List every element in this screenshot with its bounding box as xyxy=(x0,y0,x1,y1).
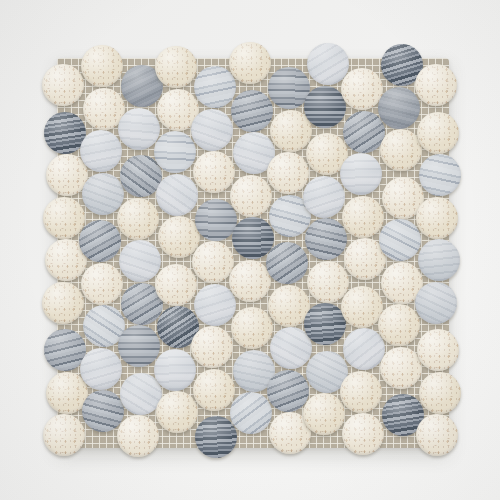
tile-c2-r8 xyxy=(117,415,159,457)
tile-c8-r8 xyxy=(342,413,384,455)
tile-c1-r8 xyxy=(82,390,124,432)
tile-c1-r5 xyxy=(81,263,123,305)
tile-c4-r5 xyxy=(194,284,236,326)
tile-c1-r2 xyxy=(80,130,122,172)
tile-c2-r1 xyxy=(118,108,160,150)
tile-c1-r0 xyxy=(81,45,123,87)
tile-c0-r5 xyxy=(42,282,84,324)
product-photo xyxy=(0,0,500,500)
tile-c4-r3 xyxy=(195,199,237,241)
tile-c4-r8 xyxy=(195,416,237,458)
tile-c7-r3 xyxy=(303,176,345,218)
tile-c9-r7 xyxy=(380,347,422,389)
tile-c9-r6 xyxy=(378,304,420,346)
tile-c10-r0 xyxy=(415,64,457,106)
tile-c10-r3 xyxy=(416,197,458,239)
tile-c6-r7 xyxy=(267,370,309,412)
tile-c7-r8 xyxy=(303,393,345,435)
tile-c0-r0 xyxy=(42,64,84,106)
tile-c4-r0 xyxy=(194,66,236,108)
tile-c10-r2 xyxy=(419,154,461,196)
tile-c8-r3 xyxy=(342,196,384,238)
tile-c4-r2 xyxy=(193,151,235,193)
tile-c5-r6 xyxy=(231,307,273,349)
tile-c3-r3 xyxy=(156,174,198,216)
tile-c8-r7 xyxy=(340,371,382,413)
tile-c10-r5 xyxy=(415,282,457,324)
tile-c3-r2 xyxy=(154,131,196,173)
tile-c3-r5 xyxy=(155,264,197,306)
tile-c5-r3 xyxy=(230,175,272,217)
tile-c0-r8 xyxy=(43,414,85,456)
tile-c1-r7 xyxy=(80,348,122,390)
tile-c10-r4 xyxy=(418,239,460,281)
tile-c5-r0 xyxy=(229,42,271,84)
tile-c4-r7 xyxy=(193,369,235,411)
tile-c4-r6 xyxy=(191,326,233,368)
tile-c2-r3 xyxy=(117,198,159,240)
tile-c6-r2 xyxy=(267,152,309,194)
tile-c8-r0 xyxy=(341,68,383,110)
tile-c2-r6 xyxy=(118,325,160,367)
tile-c8-r5 xyxy=(341,286,383,328)
tile-c0-r3 xyxy=(43,197,85,239)
tile-c3-r7 xyxy=(154,349,196,391)
tile-c8-r6 xyxy=(343,328,385,370)
tile-c10-r7 xyxy=(419,372,461,414)
tile-c7-r6 xyxy=(304,303,346,345)
tile-c1-r3 xyxy=(82,173,124,215)
tile-c8-r2 xyxy=(340,153,382,195)
tile-c5-r8 xyxy=(230,392,272,434)
tile-c2-r4 xyxy=(119,240,161,282)
tile-c9-r4 xyxy=(379,219,421,261)
tile-c9-r2 xyxy=(380,129,422,171)
tile-c3-r0 xyxy=(155,46,197,88)
tile-c4-r1 xyxy=(191,109,233,151)
mosaic-sheet xyxy=(0,0,500,500)
tile-c6-r4 xyxy=(266,242,308,284)
tile-c10-r8 xyxy=(416,414,458,456)
tile-c3-r8 xyxy=(156,391,198,433)
tile-c7-r1 xyxy=(304,86,346,128)
tile-c9-r1 xyxy=(378,87,420,129)
tile-c1-r4 xyxy=(79,220,121,262)
tile-c10-r6 xyxy=(417,329,459,371)
tile-c4-r4 xyxy=(192,241,234,283)
tile-c5-r1 xyxy=(231,90,273,132)
tile-c5-r5 xyxy=(229,260,271,302)
tile-c7-r4 xyxy=(305,218,347,260)
tile-c10-r1 xyxy=(417,112,459,154)
